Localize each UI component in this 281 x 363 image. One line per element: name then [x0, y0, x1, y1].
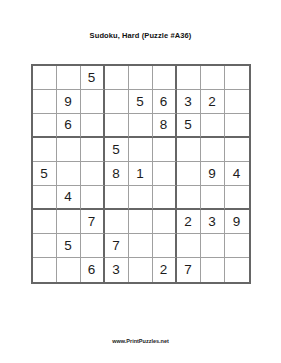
cell-r8c3-empty[interactable]	[81, 234, 105, 258]
cell-r3c2-given: 6	[57, 114, 81, 138]
cell-r5c2-empty[interactable]	[57, 162, 81, 186]
cell-r1c4-empty[interactable]	[105, 66, 129, 90]
cell-r4c5-empty[interactable]	[129, 138, 153, 162]
cell-r4c9-empty[interactable]	[225, 138, 249, 162]
cell-r4c3-empty[interactable]	[81, 138, 105, 162]
cell-r2c4-empty[interactable]	[105, 90, 129, 114]
cell-r1c7-empty[interactable]	[177, 66, 201, 90]
cell-r7c2-empty[interactable]	[57, 210, 81, 234]
cell-r1c6-empty[interactable]	[153, 66, 177, 90]
cell-r3c9-empty[interactable]	[225, 114, 249, 138]
cell-r1c2-empty[interactable]	[57, 66, 81, 90]
cell-r8c9-empty[interactable]	[225, 234, 249, 258]
cell-r5c3-empty[interactable]	[81, 162, 105, 186]
cell-r3c7-given: 5	[177, 114, 201, 138]
cell-r9c9-empty[interactable]	[225, 258, 249, 282]
cell-r3c3-empty[interactable]	[81, 114, 105, 138]
cell-r1c5-empty[interactable]	[129, 66, 153, 90]
cell-r4c6-empty[interactable]	[153, 138, 177, 162]
sudoku-board: 59563268555819447239576327	[31, 64, 251, 284]
cell-r9c3-given: 6	[81, 258, 105, 282]
cell-r4c7-empty[interactable]	[177, 138, 201, 162]
cell-r3c1-empty[interactable]	[33, 114, 57, 138]
cell-r4c2-empty[interactable]	[57, 138, 81, 162]
cell-r6c7-empty[interactable]	[177, 186, 201, 210]
cell-r1c1-empty[interactable]	[33, 66, 57, 90]
page-title: Sudoku, Hard (Puzzle #A36)	[0, 31, 281, 40]
cell-r2c1-empty[interactable]	[33, 90, 57, 114]
cell-r7c3-given: 7	[81, 210, 105, 234]
cell-r1c8-empty[interactable]	[201, 66, 225, 90]
cell-r9c4-given: 3	[105, 258, 129, 282]
cell-r9c7-given: 7	[177, 258, 201, 282]
cell-r3c4-empty[interactable]	[105, 114, 129, 138]
cell-r4c1-empty[interactable]	[33, 138, 57, 162]
cell-r7c8-given: 3	[201, 210, 225, 234]
cell-r7c1-empty[interactable]	[33, 210, 57, 234]
cell-r2c8-given: 2	[201, 90, 225, 114]
cell-r4c8-empty[interactable]	[201, 138, 225, 162]
cell-r5c8-given: 9	[201, 162, 225, 186]
cell-r5c6-empty[interactable]	[153, 162, 177, 186]
cell-r8c8-empty[interactable]	[201, 234, 225, 258]
cell-r2c5-given: 5	[129, 90, 153, 114]
cell-r8c6-empty[interactable]	[153, 234, 177, 258]
cell-r2c3-empty[interactable]	[81, 90, 105, 114]
cell-r1c9-empty[interactable]	[225, 66, 249, 90]
cell-r7c7-given: 2	[177, 210, 201, 234]
cell-r7c9-given: 9	[225, 210, 249, 234]
cell-r3c8-empty[interactable]	[201, 114, 225, 138]
cell-r9c8-empty[interactable]	[201, 258, 225, 282]
cell-r8c1-empty[interactable]	[33, 234, 57, 258]
cell-r6c8-empty[interactable]	[201, 186, 225, 210]
cell-r9c2-empty[interactable]	[57, 258, 81, 282]
cell-r6c5-empty[interactable]	[129, 186, 153, 210]
cell-r7c4-empty[interactable]	[105, 210, 129, 234]
cell-r8c2-given: 5	[57, 234, 81, 258]
cell-r7c6-empty[interactable]	[153, 210, 177, 234]
cell-r6c6-empty[interactable]	[153, 186, 177, 210]
cell-r4c4-given: 5	[105, 138, 129, 162]
cell-r8c4-given: 7	[105, 234, 129, 258]
cell-r9c5-empty[interactable]	[129, 258, 153, 282]
cell-r1c3-given: 5	[81, 66, 105, 90]
cell-r9c1-empty[interactable]	[33, 258, 57, 282]
cell-r5c7-empty[interactable]	[177, 162, 201, 186]
cell-r6c4-empty[interactable]	[105, 186, 129, 210]
cell-r7c5-empty[interactable]	[129, 210, 153, 234]
cell-r8c7-empty[interactable]	[177, 234, 201, 258]
cell-r2c7-given: 3	[177, 90, 201, 114]
cell-r6c2-given: 4	[57, 186, 81, 210]
cell-r3c6-given: 8	[153, 114, 177, 138]
cell-r6c1-empty[interactable]	[33, 186, 57, 210]
cell-r6c3-empty[interactable]	[81, 186, 105, 210]
cell-r2c9-empty[interactable]	[225, 90, 249, 114]
cell-r5c1-given: 5	[33, 162, 57, 186]
cell-r5c5-given: 1	[129, 162, 153, 186]
cell-r5c9-given: 4	[225, 162, 249, 186]
puzzle-page: Sudoku, Hard (Puzzle #A36) 5956326855581…	[0, 0, 281, 363]
footer-url: www.PrintPuzzles.net	[0, 338, 281, 344]
cell-r3c5-empty[interactable]	[129, 114, 153, 138]
cell-r2c6-given: 6	[153, 90, 177, 114]
cell-r8c5-empty[interactable]	[129, 234, 153, 258]
cell-r9c6-given: 2	[153, 258, 177, 282]
cell-r6c9-empty[interactable]	[225, 186, 249, 210]
cell-r5c4-given: 8	[105, 162, 129, 186]
cell-r2c2-given: 9	[57, 90, 81, 114]
